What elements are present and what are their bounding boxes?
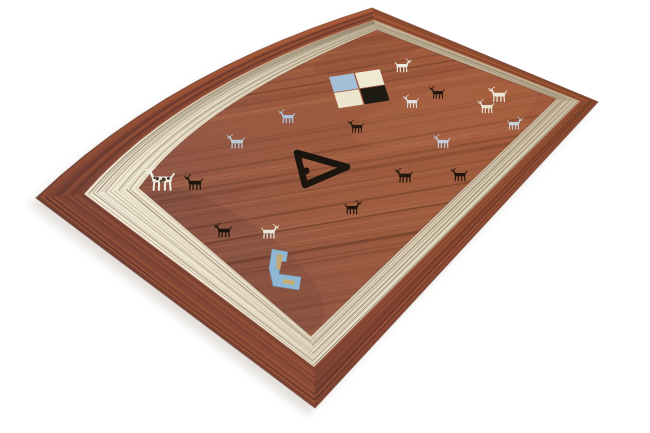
rug-product-photo — [0, 0, 650, 433]
rug-image — [0, 0, 650, 433]
